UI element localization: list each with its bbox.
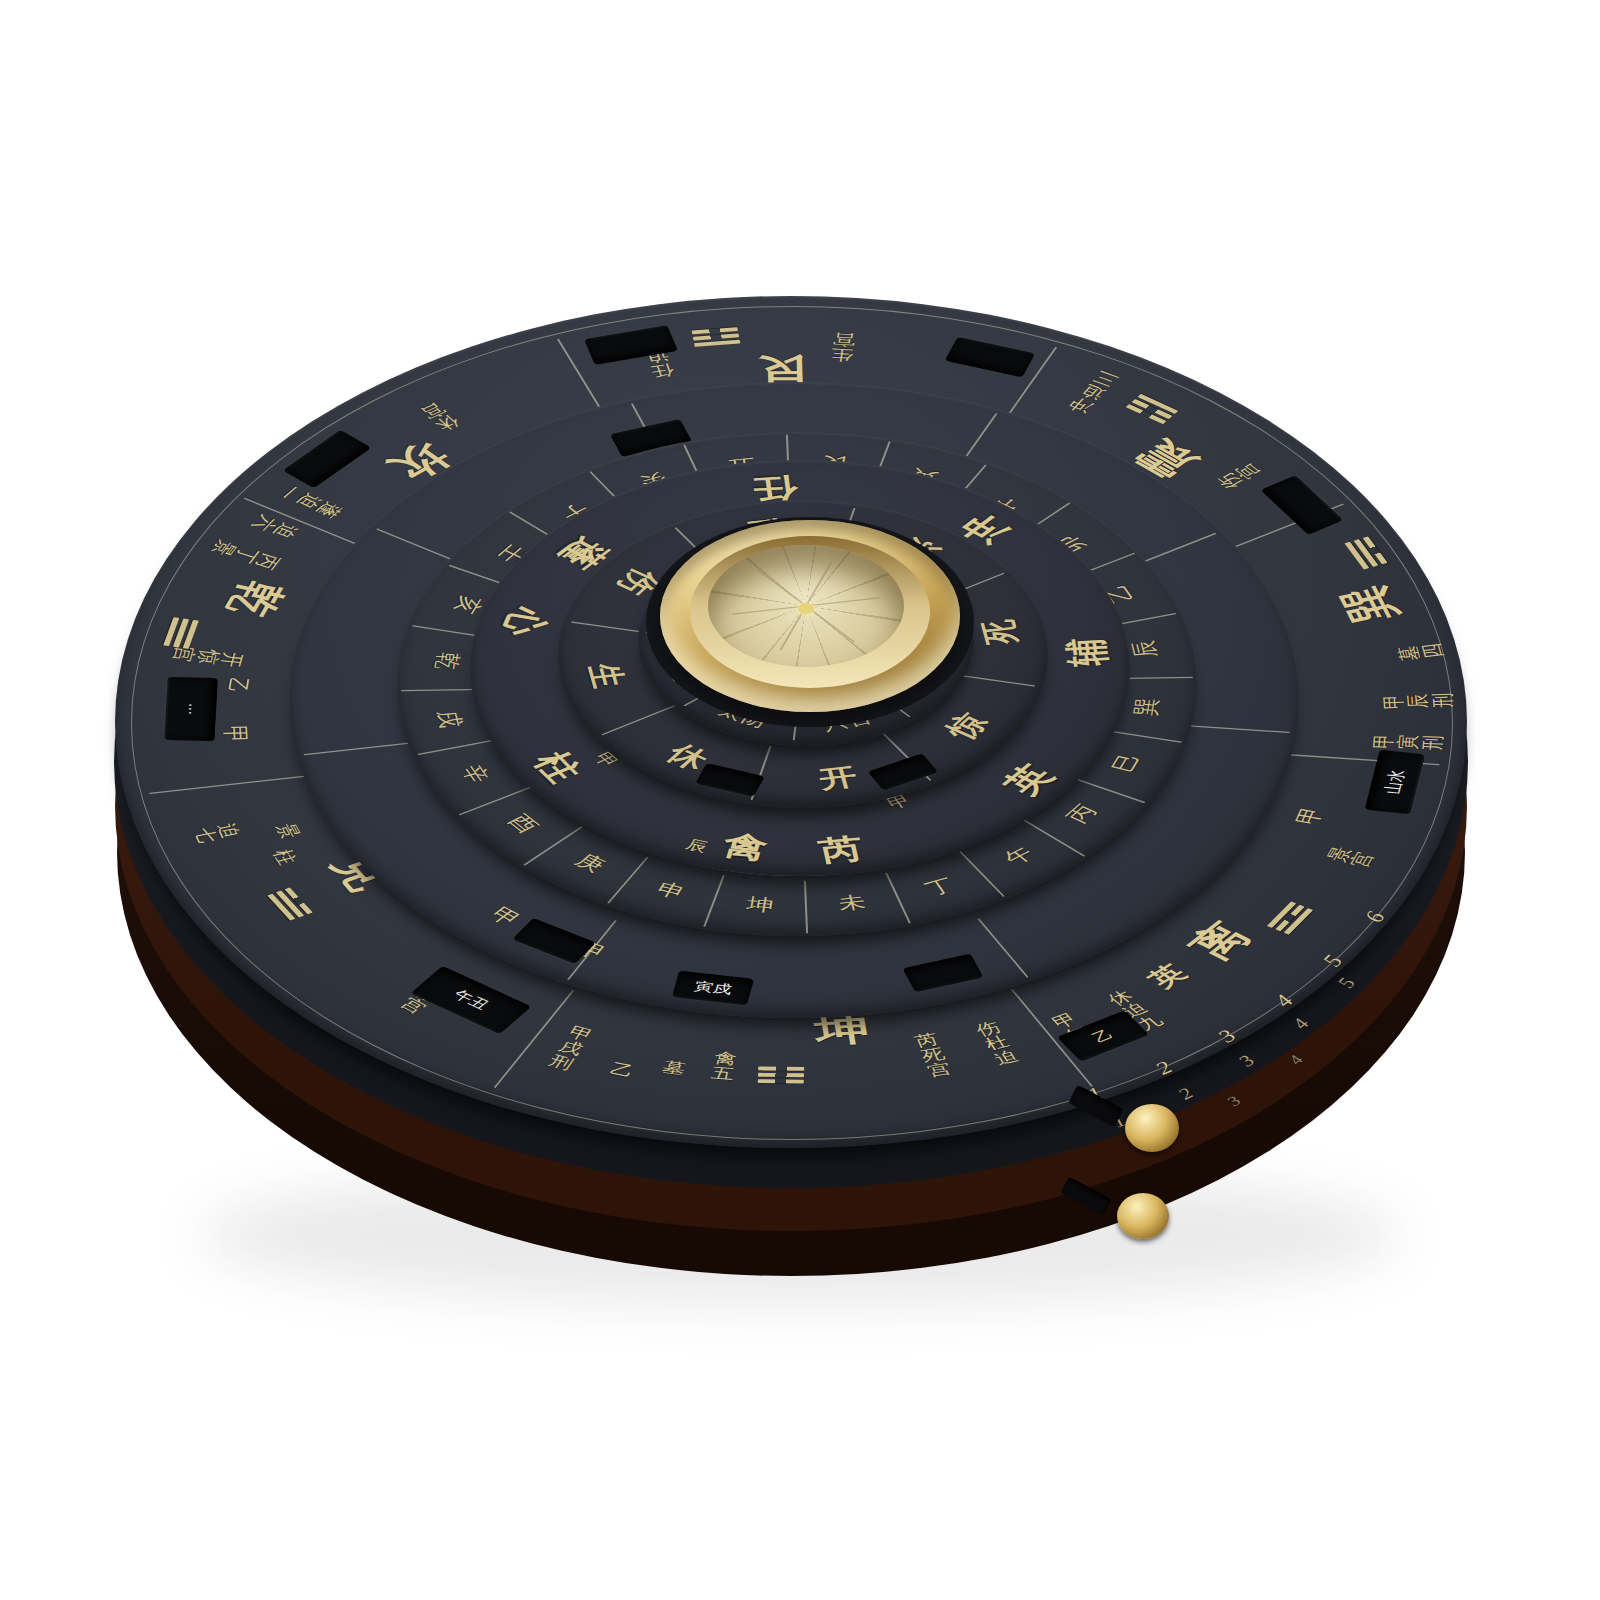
compass-center-dot [798,603,814,614]
brass-peg[interactable] [1125,1104,1179,1152]
window-revealed-char: 乙 [1089,1028,1116,1045]
window-cutout: ··· [165,677,218,741]
trigram-100 [691,324,741,349]
glyph-甲寅刑: 甲 寅 刑 [1371,734,1445,751]
glyph-乙: 乙 [225,677,252,693]
glyph-辅: 辅 [1062,637,1112,667]
product-photo-stage: 乾开 惊 宫乙丙 丁 景迫 六坎休 宫蓬 迫 一艮生 宫任 迫 八震伤 宫冲 迫… [0,0,1600,1600]
brass-peg[interactable] [1117,1193,1169,1239]
glyph-生宫: 生 宫 [830,331,857,363]
window-revealed-char: 寅戍 [693,980,734,997]
glyph-芮: 芮 [816,834,866,867]
glyph-甲: 甲 [221,725,251,743]
glyph-死: 死 [977,618,1023,646]
glyph-辰: 辰 [1128,639,1160,659]
qimen-luopan: 乾开 惊 宫乙丙 丁 景迫 六坎休 宫蓬 迫 一艮生 宫任 迫 八震伤 宫冲 迫… [0,0,1600,1600]
glyph-戌: 戌 [433,709,465,729]
window-revealed-char: ··· [181,703,202,715]
glyph-巽: 巽 [1131,698,1162,717]
glyph-禽: 禽 [719,830,771,864]
glyph-甲辰刑: 甲 辰 刑 [1381,693,1455,710]
glyph-开: 开 [816,764,860,793]
glyph-乾: 乾 [431,651,462,670]
window-revealed-char: 山水 [1383,770,1409,796]
glyph-生: 生 [583,662,629,690]
trigram-000 [758,1064,805,1086]
glyph-坤: 坤 [745,895,775,915]
window-revealed-char: 午丑 [449,988,491,1012]
glyph-未: 未 [836,893,867,913]
